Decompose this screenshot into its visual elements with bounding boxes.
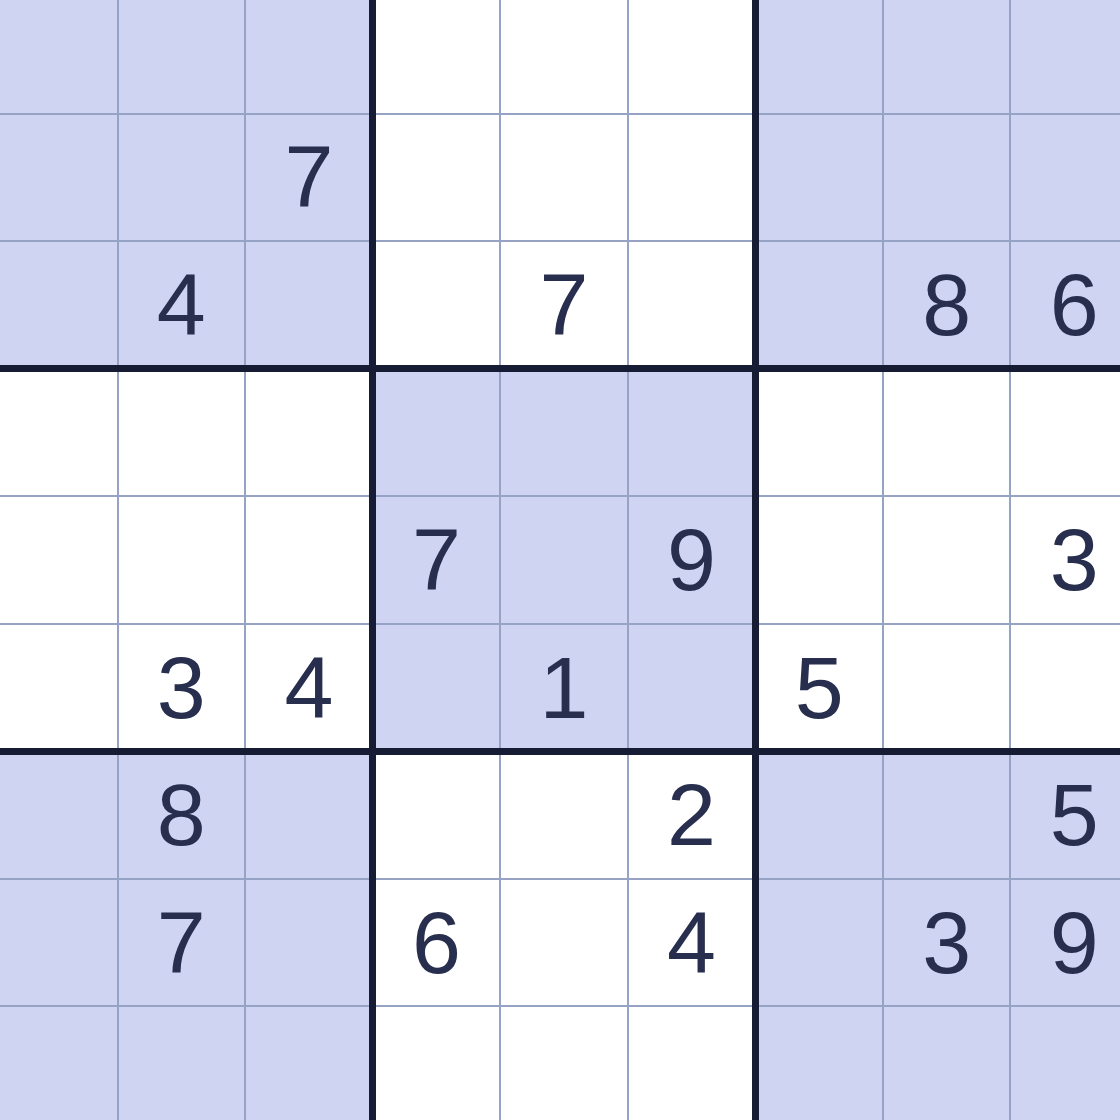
cell-r1c2[interactable] [118,0,246,114]
box-divider-vertical-left [369,0,376,1120]
box-divider-vertical-right [752,0,759,1120]
cell-r8c5[interactable] [500,879,628,1007]
cell-r9c8[interactable] [883,1006,1011,1120]
cell-r4c9[interactable] [1010,369,1120,497]
sudoku-board-viewport: 74786793341582576439 [0,0,1120,1120]
cell-r6c1[interactable] [0,624,118,752]
cell-r1c1[interactable] [0,0,118,114]
cell-r3c6[interactable] [628,241,756,369]
cell-r8c4[interactable]: 6 [373,879,501,1007]
cell-r1c7[interactable] [755,0,883,114]
cell-r9c1[interactable] [0,1006,118,1120]
cell-r6c7[interactable]: 5 [755,624,883,752]
box-divider-horizontal-top [0,365,1120,372]
sudoku-grid: 74786793341582576439 [0,0,1120,1120]
cell-r6c8[interactable] [883,624,1011,752]
cell-r2c7[interactable] [755,114,883,242]
cell-r8c3[interactable] [245,879,373,1007]
cell-r7c7[interactable] [755,751,883,879]
cell-r1c8[interactable] [883,0,1011,114]
cell-r2c9[interactable] [1010,114,1120,242]
cell-r4c7[interactable] [755,369,883,497]
cell-r8c9[interactable]: 9 [1010,879,1120,1007]
cell-r9c3[interactable] [245,1006,373,1120]
sudoku-board: 74786793341582576439 [0,0,1120,1120]
cell-r5c2[interactable] [118,496,246,624]
cell-r8c8[interactable]: 3 [883,879,1011,1007]
cell-r2c4[interactable] [373,114,501,242]
cell-r4c2[interactable] [118,369,246,497]
cell-r1c4[interactable] [373,0,501,114]
cell-r9c4[interactable] [373,1006,501,1120]
cell-r4c5[interactable] [500,369,628,497]
cell-r4c8[interactable] [883,369,1011,497]
cell-r6c6[interactable] [628,624,756,752]
cell-r5c3[interactable] [245,496,373,624]
box-divider-horizontal-bottom [0,748,1120,755]
cell-r4c6[interactable] [628,369,756,497]
cell-r5c6[interactable]: 9 [628,496,756,624]
cell-r7c9[interactable]: 5 [1010,751,1120,879]
cell-r5c5[interactable] [500,496,628,624]
cell-r5c1[interactable] [0,496,118,624]
cell-r5c9[interactable]: 3 [1010,496,1120,624]
cell-r1c9[interactable] [1010,0,1120,114]
cell-r2c1[interactable] [0,114,118,242]
cell-r4c4[interactable] [373,369,501,497]
cell-r3c8[interactable]: 8 [883,241,1011,369]
cell-r2c2[interactable] [118,114,246,242]
cell-r2c5[interactable] [500,114,628,242]
cell-r9c6[interactable] [628,1006,756,1120]
cell-r5c4[interactable]: 7 [373,496,501,624]
cell-r8c6[interactable]: 4 [628,879,756,1007]
cell-r7c2[interactable]: 8 [118,751,246,879]
cell-r7c1[interactable] [0,751,118,879]
cell-r1c3[interactable] [245,0,373,114]
cell-r7c3[interactable] [245,751,373,879]
cell-r4c3[interactable] [245,369,373,497]
cell-r7c8[interactable] [883,751,1011,879]
cell-r9c5[interactable] [500,1006,628,1120]
cell-r1c6[interactable] [628,0,756,114]
cell-r3c2[interactable]: 4 [118,241,246,369]
cell-r4c1[interactable] [0,369,118,497]
cell-r7c4[interactable] [373,751,501,879]
cell-r6c5[interactable]: 1 [500,624,628,752]
cell-r3c4[interactable] [373,241,501,369]
cell-r6c3[interactable]: 4 [245,624,373,752]
cell-r3c5[interactable]: 7 [500,241,628,369]
cell-r6c2[interactable]: 3 [118,624,246,752]
cell-r9c7[interactable] [755,1006,883,1120]
cell-r3c7[interactable] [755,241,883,369]
cell-r8c7[interactable] [755,879,883,1007]
cell-r9c9[interactable] [1010,1006,1120,1120]
cell-r6c4[interactable] [373,624,501,752]
cell-r8c2[interactable]: 7 [118,879,246,1007]
cell-r3c9[interactable]: 6 [1010,241,1120,369]
cell-r2c3[interactable]: 7 [245,114,373,242]
cell-r9c2[interactable] [118,1006,246,1120]
cell-r7c5[interactable] [500,751,628,879]
cell-r7c6[interactable]: 2 [628,751,756,879]
cell-r6c9[interactable] [1010,624,1120,752]
cell-r1c5[interactable] [500,0,628,114]
cell-r3c1[interactable] [0,241,118,369]
cell-r3c3[interactable] [245,241,373,369]
cell-r8c1[interactable] [0,879,118,1007]
cell-r2c8[interactable] [883,114,1011,242]
cell-r5c8[interactable] [883,496,1011,624]
cell-r5c7[interactable] [755,496,883,624]
cell-r2c6[interactable] [628,114,756,242]
